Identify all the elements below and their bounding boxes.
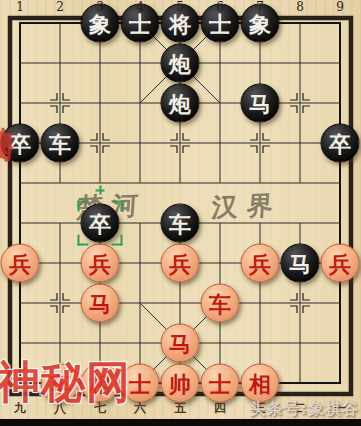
coord-label-8: 8 (296, 0, 304, 14)
piece-red-soldier[interactable]: 兵 (241, 244, 280, 283)
piece-red-general[interactable]: 帅 (161, 364, 200, 403)
piece-red-horse[interactable]: 马 (161, 324, 200, 363)
piece-black-chariot[interactable]: 车 (41, 124, 80, 163)
piece-red-elephant[interactable]: 相 (241, 364, 280, 403)
piece-red-soldier[interactable]: 兵 (161, 244, 200, 283)
piece-red-soldier[interactable]: 兵 (81, 244, 120, 283)
coord-label-4: 4 (136, 0, 144, 14)
xiangqi-app-screen: 123456789 楚河 汉界 象士将士象炮炮马卒车卒卒车马兵兵兵兵兵马车马车相… (0, 0, 361, 426)
piece-red-horse[interactable]: 马 (81, 284, 120, 323)
piece-red-advisor[interactable]: 士 (201, 364, 240, 403)
watermark-shenmiwang: 神秘网 (0, 353, 131, 412)
watermark-left-edge: 神秘网 (0, 102, 18, 114)
top-coordinates: 123456789 (0, 0, 361, 16)
piece-red-soldier[interactable]: 兵 (321, 244, 360, 283)
coord-label-2: 2 (56, 0, 64, 14)
piece-black-soldier[interactable]: 卒 (81, 204, 120, 243)
last-move-origin-marker (96, 186, 105, 195)
selection-brackets (78, 201, 123, 246)
piece-black-cannon[interactable]: 炮 (161, 84, 200, 123)
bottom-bar (0, 419, 361, 426)
coord-label-3: 3 (96, 0, 104, 14)
piece-black-soldier[interactable]: 卒 (1, 124, 40, 163)
coord-label-5: 5 (176, 0, 184, 14)
coord-label-四: 四 (214, 401, 226, 415)
piece-black-soldier[interactable]: 卒 (321, 124, 360, 163)
piece-black-cannon[interactable]: 炮 (161, 44, 200, 83)
coord-label-7: 7 (256, 0, 264, 14)
coord-label-1: 1 (16, 0, 24, 14)
piece-red-soldier[interactable]: 兵 (1, 244, 40, 283)
piece-black-horse[interactable]: 马 (281, 244, 320, 283)
coord-label-五: 五 (174, 401, 186, 415)
piece-black-chariot[interactable]: 车 (161, 204, 200, 243)
coord-label-9: 9 (336, 0, 344, 14)
coord-label-六: 六 (134, 401, 146, 415)
piece-black-horse[interactable]: 马 (241, 84, 280, 123)
piece-red-chariot[interactable]: 车 (201, 284, 240, 323)
coord-label-6: 6 (216, 0, 224, 14)
watermark-toutiao: 头条号:象棋谷 (250, 399, 359, 420)
